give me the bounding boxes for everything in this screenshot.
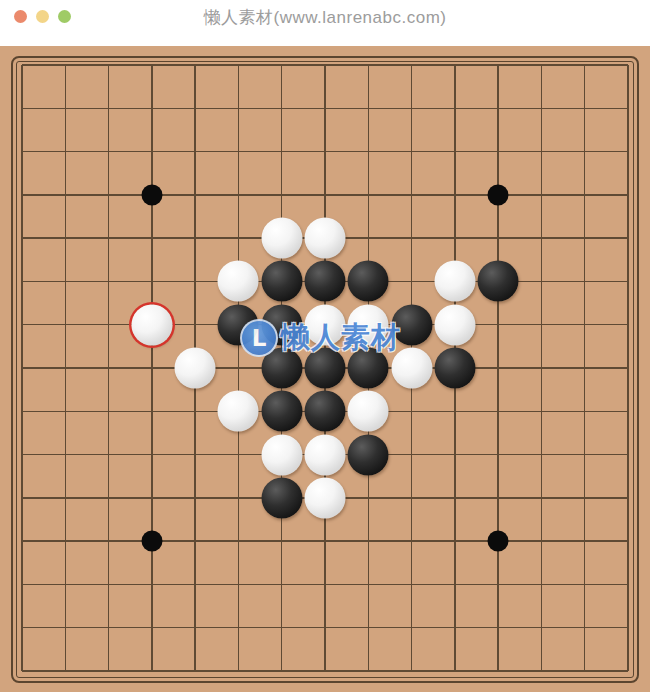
stone-white — [434, 261, 475, 302]
stone-black — [305, 348, 346, 389]
stone-black — [261, 348, 302, 389]
stone-white — [305, 304, 346, 345]
star-point — [488, 184, 509, 205]
grid-line-horizontal — [22, 627, 628, 629]
stone-black — [261, 391, 302, 432]
stone-white — [391, 348, 432, 389]
stone-black — [305, 391, 346, 432]
stone-white — [348, 304, 389, 345]
stone-white — [175, 348, 216, 389]
window-title: 懒人素材(www.lanrenabc.com) — [0, 0, 650, 46]
stone-black — [391, 304, 432, 345]
stone-white — [218, 261, 259, 302]
grid-line-horizontal — [22, 540, 628, 542]
stone-white — [218, 391, 259, 432]
stone-black — [261, 477, 302, 518]
stone-black — [218, 304, 259, 345]
stone-white — [305, 218, 346, 259]
stone-white — [348, 391, 389, 432]
stone-white — [305, 477, 346, 518]
stone-white — [261, 218, 302, 259]
last-move-stone-white — [131, 304, 172, 345]
stone-white — [305, 434, 346, 475]
stone-white — [261, 434, 302, 475]
stone-black — [348, 261, 389, 302]
grid-line-horizontal — [22, 584, 628, 586]
grid-line-vertical — [627, 65, 629, 671]
stone-black — [434, 348, 475, 389]
star-point — [141, 531, 162, 552]
go-board[interactable]: L 懒人素材 — [0, 46, 650, 692]
star-point — [488, 531, 509, 552]
grid-line-vertical — [497, 65, 499, 671]
stone-black — [478, 261, 519, 302]
stone-black — [305, 261, 346, 302]
stone-black — [348, 434, 389, 475]
title-bar: 懒人素材(www.lanrenabc.com) — [0, 0, 650, 46]
star-point — [141, 184, 162, 205]
stone-black — [348, 348, 389, 389]
grid-line-vertical — [584, 65, 586, 671]
grid-line-horizontal — [22, 670, 628, 672]
grid-line-vertical — [541, 65, 543, 671]
stone-black — [261, 261, 302, 302]
stone-white — [434, 304, 475, 345]
stone-black — [261, 304, 302, 345]
app-window: 懒人素材(www.lanrenabc.com) L 懒人素材 — [0, 0, 650, 692]
